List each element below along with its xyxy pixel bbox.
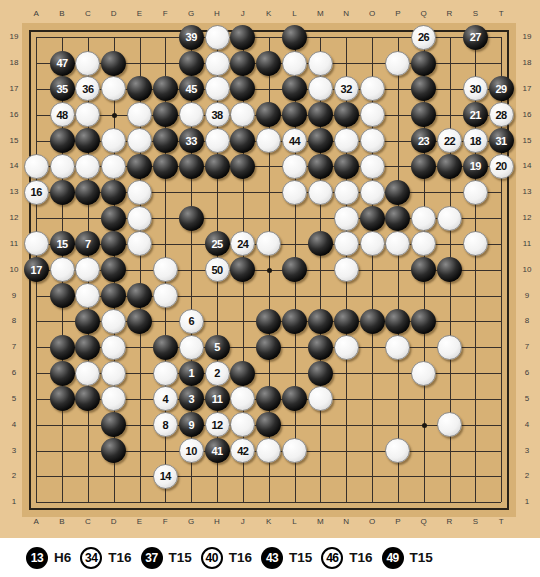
- row-label-7: 7: [519, 342, 535, 352]
- move-number: 4: [162, 393, 168, 405]
- move-number: 26: [418, 31, 429, 43]
- white-stone-icon: 40: [201, 547, 223, 569]
- col-label-C: C: [80, 517, 96, 527]
- caption-coordinate: T15: [289, 550, 312, 565]
- col-label-J: J: [235, 517, 251, 527]
- white-stone-O17[interactable]: [360, 76, 385, 101]
- row-label-15: 15: [6, 136, 22, 146]
- white-stone-H4-move-12[interactable]: 12: [205, 412, 230, 437]
- black-stone-H7-move-5[interactable]: 5: [205, 335, 230, 360]
- black-stone-B6[interactable]: [50, 361, 75, 386]
- black-stone-G5-move-3[interactable]: 3: [179, 386, 204, 411]
- black-stone-K7[interactable]: [256, 335, 281, 360]
- black-stone-P13[interactable]: [385, 180, 410, 205]
- black-stone-L8[interactable]: [282, 309, 307, 334]
- col-label-M: M: [312, 517, 328, 527]
- black-stone-C13[interactable]: [75, 180, 100, 205]
- move-number: 19: [470, 160, 481, 172]
- row-label-13: 13: [519, 187, 535, 197]
- black-stone-G4-move-9[interactable]: 9: [179, 412, 204, 437]
- caption-coordinate: T15: [410, 550, 433, 565]
- row-label-7: 7: [6, 342, 22, 352]
- row-label-17: 17: [6, 84, 22, 94]
- move-caption-bar: 13H634T1637T1540T1643T1546T1649T15: [0, 538, 540, 577]
- row-label-6: 6: [6, 368, 22, 378]
- black-stone-Q14[interactable]: [411, 154, 436, 179]
- col-label-E: E: [132, 9, 148, 19]
- caption-move-49: 49T15: [382, 547, 433, 569]
- black-stone-N14[interactable]: [334, 154, 359, 179]
- col-label-T: T: [493, 9, 509, 19]
- move-number: 2: [214, 367, 220, 379]
- move-number: 29: [495, 83, 506, 95]
- black-stone-M7[interactable]: [308, 335, 333, 360]
- move-number: 48: [56, 109, 67, 121]
- row-label-16: 16: [6, 110, 22, 120]
- white-stone-G3-move-10[interactable]: 10: [179, 438, 204, 463]
- black-stone-G6-move-1[interactable]: 1: [179, 361, 204, 386]
- move-number: 18: [470, 135, 481, 147]
- white-stone-R7[interactable]: [437, 335, 462, 360]
- move-number: 31: [495, 135, 506, 147]
- black-stone-J6[interactable]: [230, 361, 255, 386]
- white-stone-M5[interactable]: [308, 386, 333, 411]
- white-stone-F2-move-14[interactable]: 14: [153, 464, 178, 489]
- row-label-8: 8: [6, 316, 22, 326]
- col-label-R: R: [442, 517, 458, 527]
- move-number: 28: [495, 109, 506, 121]
- white-stone-icon: 34: [80, 547, 102, 569]
- caption-move-13: 13H6: [26, 547, 71, 569]
- white-stone-N12[interactable]: [334, 206, 359, 231]
- row-label-15: 15: [519, 136, 535, 146]
- row-label-16: 16: [519, 110, 535, 120]
- move-number: 33: [186, 135, 197, 147]
- black-stone-H14[interactable]: [205, 154, 230, 179]
- caption-coordinate: T16: [229, 550, 252, 565]
- row-label-17: 17: [519, 84, 535, 94]
- white-stone-M18[interactable]: [308, 51, 333, 76]
- row-label-19: 19: [6, 32, 22, 42]
- col-label-G: G: [183, 9, 199, 19]
- row-label-2: 2: [6, 471, 22, 481]
- white-stone-F5-move-4[interactable]: 4: [153, 386, 178, 411]
- white-stone-P18[interactable]: [385, 51, 410, 76]
- col-label-D: D: [106, 9, 122, 19]
- col-label-P: P: [390, 9, 406, 19]
- black-stone-G17-move-45[interactable]: 45: [179, 76, 204, 101]
- white-stone-N10[interactable]: [334, 257, 359, 282]
- caption-move-46: 46T16: [321, 547, 372, 569]
- move-number: 20: [495, 160, 506, 172]
- white-stone-F10[interactable]: [153, 257, 178, 282]
- black-stone-N8[interactable]: [334, 309, 359, 334]
- white-stone-A11[interactable]: [24, 231, 49, 256]
- black-stone-J18[interactable]: [230, 51, 255, 76]
- white-stone-H19[interactable]: [205, 25, 230, 50]
- col-label-S: S: [467, 9, 483, 19]
- row-label-5: 5: [6, 394, 22, 404]
- row-label-8: 8: [519, 316, 535, 326]
- col-label-A: A: [28, 9, 44, 19]
- white-stone-L15-move-44[interactable]: 44: [282, 128, 307, 153]
- hoshi-point-Q4: [422, 423, 427, 428]
- white-stone-H10-move-50[interactable]: 50: [205, 257, 230, 282]
- black-stone-G19-move-39[interactable]: 39: [179, 25, 204, 50]
- black-stone-E14[interactable]: [127, 154, 152, 179]
- move-number: 8: [162, 419, 168, 431]
- row-label-3: 3: [519, 446, 535, 456]
- move-number: 38: [211, 109, 222, 121]
- white-stone-N11[interactable]: [334, 231, 359, 256]
- black-stone-icon: 49: [382, 547, 404, 569]
- black-stone-B18-move-47[interactable]: 47: [50, 51, 75, 76]
- black-stone-T15-move-31[interactable]: 31: [489, 128, 514, 153]
- white-stone-Q12[interactable]: [411, 206, 436, 231]
- white-stone-H18[interactable]: [205, 51, 230, 76]
- move-number: 45: [186, 83, 197, 95]
- white-stone-P7[interactable]: [385, 335, 410, 360]
- black-stone-B9[interactable]: [50, 283, 75, 308]
- black-stone-H3-move-41[interactable]: 41: [205, 438, 230, 463]
- white-stone-D8[interactable]: [101, 309, 126, 334]
- black-stone-B13[interactable]: [50, 180, 75, 205]
- white-stone-G16[interactable]: [179, 102, 204, 127]
- col-label-M: M: [312, 9, 328, 19]
- black-stone-F14[interactable]: [153, 154, 178, 179]
- move-number: 39: [186, 31, 197, 43]
- move-number: 21: [470, 109, 481, 121]
- white-stone-O14[interactable]: [360, 154, 385, 179]
- move-number: 16: [31, 186, 42, 198]
- black-stone-G14[interactable]: [179, 154, 204, 179]
- black-stone-Q15-move-23[interactable]: 23: [411, 128, 436, 153]
- white-stone-D6[interactable]: [101, 361, 126, 386]
- white-stone-R15-move-22[interactable]: 22: [437, 128, 462, 153]
- caption-move-34: 34T16: [80, 547, 131, 569]
- black-stone-N16[interactable]: [334, 102, 359, 127]
- col-label-J: J: [235, 9, 251, 19]
- white-stone-D14[interactable]: [101, 154, 126, 179]
- black-stone-B7[interactable]: [50, 335, 75, 360]
- caption-move-43: 43T15: [261, 547, 312, 569]
- black-stone-M15[interactable]: [308, 128, 333, 153]
- black-stone-B15[interactable]: [50, 128, 75, 153]
- black-stone-J14[interactable]: [230, 154, 255, 179]
- black-stone-P12[interactable]: [385, 206, 410, 231]
- move-number: 3: [188, 393, 194, 405]
- move-number: 9: [188, 419, 194, 431]
- black-stone-M14[interactable]: [308, 154, 333, 179]
- move-number: 11: [212, 393, 223, 405]
- row-label-18: 18: [519, 58, 535, 68]
- black-stone-G12[interactable]: [179, 206, 204, 231]
- black-stone-R14[interactable]: [437, 154, 462, 179]
- col-label-A: A: [28, 517, 44, 527]
- col-label-L: L: [287, 9, 303, 19]
- white-stone-S15-move-18[interactable]: 18: [463, 128, 488, 153]
- white-stone-E12[interactable]: [127, 206, 152, 231]
- move-number: 17: [31, 264, 42, 276]
- move-number: 14: [160, 470, 171, 482]
- move-number: 35: [56, 83, 67, 95]
- col-label-N: N: [338, 517, 354, 527]
- black-stone-Q8[interactable]: [411, 309, 436, 334]
- white-stone-F4-move-8[interactable]: 8: [153, 412, 178, 437]
- row-label-1: 1: [6, 497, 22, 507]
- white-stone-L13[interactable]: [282, 180, 307, 205]
- white-stone-S11[interactable]: [463, 231, 488, 256]
- black-stone-F15[interactable]: [153, 128, 178, 153]
- move-number: 6: [188, 315, 194, 327]
- white-stone-A13-move-16[interactable]: 16: [24, 180, 49, 205]
- row-label-11: 11: [519, 239, 535, 249]
- white-stone-H15[interactable]: [205, 128, 230, 153]
- col-label-O: O: [364, 517, 380, 527]
- black-stone-E8[interactable]: [127, 309, 152, 334]
- col-label-K: K: [261, 517, 277, 527]
- col-label-R: R: [442, 9, 458, 19]
- col-label-L: L: [287, 517, 303, 527]
- black-stone-K18[interactable]: [256, 51, 281, 76]
- col-label-K: K: [261, 9, 277, 19]
- black-stone-L19[interactable]: [282, 25, 307, 50]
- row-label-4: 4: [519, 420, 535, 430]
- row-label-9: 9: [519, 291, 535, 301]
- row-label-18: 18: [6, 58, 22, 68]
- caption-coordinate: H6: [54, 550, 71, 565]
- white-stone-O11[interactable]: [360, 231, 385, 256]
- black-stone-E9[interactable]: [127, 283, 152, 308]
- white-stone-L18[interactable]: [282, 51, 307, 76]
- caption-coordinate: T16: [108, 550, 131, 565]
- row-label-9: 9: [6, 291, 22, 301]
- grid-line-h: [36, 476, 501, 477]
- row-label-12: 12: [6, 213, 22, 223]
- black-stone-D13[interactable]: [101, 180, 126, 205]
- row-label-6: 6: [519, 368, 535, 378]
- row-label-13: 13: [6, 187, 22, 197]
- white-stone-icon: 46: [321, 547, 343, 569]
- white-stone-T16-move-28[interactable]: 28: [489, 102, 514, 127]
- move-number: 44: [289, 135, 300, 147]
- white-stone-H17[interactable]: [205, 76, 230, 101]
- move-number: 12: [211, 419, 222, 431]
- white-stone-E13[interactable]: [127, 180, 152, 205]
- col-label-S: S: [467, 517, 483, 527]
- col-label-O: O: [364, 9, 380, 19]
- move-number: 25: [211, 238, 222, 250]
- black-stone-M11[interactable]: [308, 231, 333, 256]
- black-stone-icon: 37: [141, 547, 163, 569]
- move-number: 41: [211, 445, 222, 457]
- white-stone-L14[interactable]: [282, 154, 307, 179]
- col-label-H: H: [209, 9, 225, 19]
- black-stone-M8[interactable]: [308, 309, 333, 334]
- black-stone-B5[interactable]: [50, 386, 75, 411]
- col-label-Q: Q: [416, 9, 432, 19]
- row-label-1: 1: [519, 497, 535, 507]
- white-stone-H6-move-2[interactable]: 2: [205, 361, 230, 386]
- white-stone-R12[interactable]: [437, 206, 462, 231]
- white-stone-N17-move-32[interactable]: 32: [334, 76, 359, 101]
- white-stone-F6[interactable]: [153, 361, 178, 386]
- caption-coordinate: T16: [349, 550, 372, 565]
- white-stone-G7[interactable]: [179, 335, 204, 360]
- black-stone-J19[interactable]: [230, 25, 255, 50]
- row-label-3: 3: [6, 446, 22, 456]
- black-stone-icon: 13: [26, 547, 48, 569]
- row-label-14: 14: [6, 161, 22, 171]
- black-stone-G18[interactable]: [179, 51, 204, 76]
- col-label-F: F: [157, 9, 173, 19]
- move-number: 50: [211, 264, 222, 276]
- move-number: 36: [82, 83, 93, 95]
- row-label-5: 5: [519, 394, 535, 404]
- white-stone-R4[interactable]: [437, 412, 462, 437]
- move-number: 27: [470, 31, 481, 43]
- col-label-B: B: [54, 9, 70, 19]
- caption-move-37: 37T15: [141, 547, 192, 569]
- col-label-T: T: [493, 517, 509, 527]
- white-stone-B10[interactable]: [50, 257, 75, 282]
- black-stone-H11-move-25[interactable]: 25: [205, 231, 230, 256]
- move-number: 30: [470, 83, 481, 95]
- black-stone-H5-move-11[interactable]: 11: [205, 386, 230, 411]
- move-number: 1: [188, 367, 194, 379]
- black-stone-S14-move-19[interactable]: 19: [463, 154, 488, 179]
- white-stone-C6[interactable]: [75, 361, 100, 386]
- black-stone-S16-move-21[interactable]: 21: [463, 102, 488, 127]
- black-stone-M16[interactable]: [308, 102, 333, 127]
- black-stone-icon: 43: [261, 547, 283, 569]
- white-stone-G8-move-6[interactable]: 6: [179, 309, 204, 334]
- white-stone-B14[interactable]: [50, 154, 75, 179]
- white-stone-A14[interactable]: [24, 154, 49, 179]
- white-stone-T14-move-20[interactable]: 20: [489, 154, 514, 179]
- black-stone-K8[interactable]: [256, 309, 281, 334]
- board-margin: AABBCCDDEEFFGGHHJJKKLLMMNNOOPPQQRRSSTT19…: [0, 0, 540, 538]
- row-label-19: 19: [519, 32, 535, 42]
- row-label-11: 11: [6, 239, 22, 249]
- row-label-14: 14: [519, 161, 535, 171]
- caption-coordinate: T15: [169, 550, 192, 565]
- move-number: 15: [56, 238, 67, 250]
- white-stone-H16-move-38[interactable]: 38: [205, 102, 230, 127]
- col-label-D: D: [106, 517, 122, 527]
- col-label-E: E: [132, 517, 148, 527]
- black-stone-D12[interactable]: [101, 206, 126, 231]
- white-stone-B16-move-48[interactable]: 48: [50, 102, 75, 127]
- col-label-N: N: [338, 9, 354, 19]
- black-stone-M6[interactable]: [308, 361, 333, 386]
- white-stone-L3[interactable]: [282, 438, 307, 463]
- col-label-H: H: [209, 517, 225, 527]
- col-label-G: G: [183, 517, 199, 527]
- hoshi-point-K10: [267, 268, 272, 273]
- col-label-C: C: [80, 9, 96, 19]
- black-stone-B17-move-35[interactable]: 35: [50, 76, 75, 101]
- white-stone-E15[interactable]: [127, 128, 152, 153]
- move-number: 22: [444, 135, 455, 147]
- black-stone-D18[interactable]: [101, 51, 126, 76]
- black-stone-O12[interactable]: [360, 206, 385, 231]
- black-stone-P8[interactable]: [385, 309, 410, 334]
- move-number: 23: [418, 135, 429, 147]
- hoshi-point-D16: [112, 113, 117, 118]
- white-stone-O15[interactable]: [360, 128, 385, 153]
- move-number: 47: [56, 57, 67, 69]
- white-stone-N13[interactable]: [334, 180, 359, 205]
- row-label-4: 4: [6, 420, 22, 430]
- black-stone-F7[interactable]: [153, 335, 178, 360]
- black-stone-G15-move-33[interactable]: 33: [179, 128, 204, 153]
- black-stone-B11-move-15[interactable]: 15: [50, 231, 75, 256]
- black-stone-C7[interactable]: [75, 335, 100, 360]
- grid-line-v: [398, 37, 399, 502]
- white-stone-C18[interactable]: [75, 51, 100, 76]
- white-stone-Q19-move-26[interactable]: 26: [411, 25, 436, 50]
- black-stone-Q18[interactable]: [411, 51, 436, 76]
- row-label-2: 2: [519, 471, 535, 481]
- white-stone-D7[interactable]: [101, 335, 126, 360]
- black-stone-A10-move-17[interactable]: 17: [24, 257, 49, 282]
- col-label-Q: Q: [416, 517, 432, 527]
- black-stone-T17-move-29[interactable]: 29: [489, 76, 514, 101]
- white-stone-N7[interactable]: [334, 335, 359, 360]
- col-label-P: P: [390, 517, 406, 527]
- white-stone-O16[interactable]: [360, 102, 385, 127]
- white-stone-O13[interactable]: [360, 180, 385, 205]
- white-stone-S13[interactable]: [463, 180, 488, 205]
- move-number: 32: [341, 83, 352, 95]
- move-number: 42: [237, 445, 248, 457]
- col-label-F: F: [157, 517, 173, 527]
- col-label-B: B: [54, 517, 70, 527]
- white-stone-F9[interactable]: [153, 283, 178, 308]
- black-stone-F16[interactable]: [153, 102, 178, 127]
- move-number: 5: [214, 341, 220, 353]
- white-stone-N15[interactable]: [334, 128, 359, 153]
- go-diagram-page: AABBCCDDEEFFGGHHJJKKLLMMNNOOPPQQRRSSTT19…: [0, 0, 540, 577]
- move-number: 24: [237, 238, 248, 250]
- row-label-10: 10: [6, 265, 22, 275]
- row-label-10: 10: [519, 265, 535, 275]
- move-number: 10: [186, 445, 197, 457]
- move-number: 7: [85, 238, 91, 250]
- white-stone-Q6[interactable]: [411, 361, 436, 386]
- black-stone-S19-move-27[interactable]: 27: [463, 25, 488, 50]
- caption-move-40: 40T16: [201, 547, 252, 569]
- grid-line-h: [36, 502, 501, 503]
- row-label-12: 12: [519, 213, 535, 223]
- black-stone-O8[interactable]: [360, 309, 385, 334]
- white-stone-M13[interactable]: [308, 180, 333, 205]
